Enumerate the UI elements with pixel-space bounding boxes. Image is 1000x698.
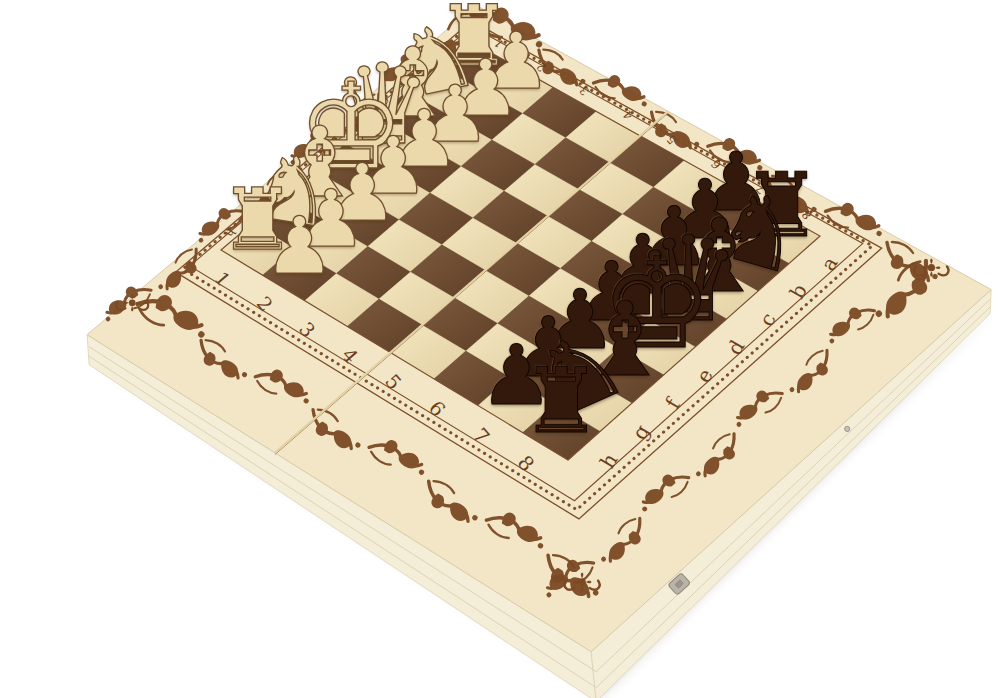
piece-white-pawn-h2[interactable]: ♟ xyxy=(264,207,335,286)
hinge-screw xyxy=(845,426,850,431)
scene: 1122334455667788aabbccddeeffgghh ♜♟♞♟♝♟♛… xyxy=(0,0,1000,698)
piece-black-rook-h8[interactable]: ♜ xyxy=(521,356,602,446)
